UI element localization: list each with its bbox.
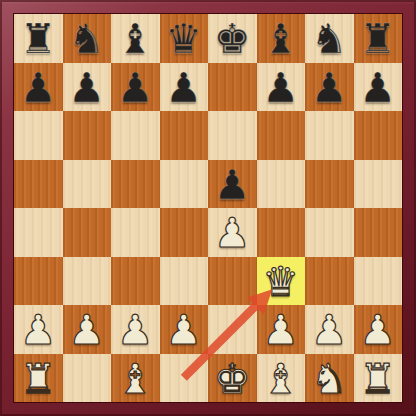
square-d8[interactable]: ♛ bbox=[160, 14, 209, 63]
piece-white-rook-h1[interactable]: ♜ bbox=[359, 355, 396, 403]
square-f5[interactable] bbox=[257, 160, 306, 209]
square-f7[interactable]: ♟ bbox=[257, 63, 306, 112]
square-a4[interactable] bbox=[14, 208, 63, 257]
square-d4[interactable] bbox=[160, 208, 209, 257]
piece-white-pawn-h2[interactable]: ♟ bbox=[359, 306, 396, 354]
piece-white-pawn-e4[interactable]: ♟ bbox=[214, 209, 251, 257]
piece-black-pawn-g7[interactable]: ♟ bbox=[311, 64, 348, 112]
square-e5[interactable]: ♟ bbox=[208, 160, 257, 209]
chess-board: ♜♞♝♛♚♝♞♜♟♟♟♟♟♟♟♟♟♛♟♟♟♟♟♟♟♜♝♚♝♞♜ bbox=[14, 14, 402, 402]
square-e1[interactable]: ♚ bbox=[208, 354, 257, 403]
square-c7[interactable]: ♟ bbox=[111, 63, 160, 112]
square-c8[interactable]: ♝ bbox=[111, 14, 160, 63]
square-d7[interactable]: ♟ bbox=[160, 63, 209, 112]
square-g3[interactable] bbox=[305, 257, 354, 306]
square-b6[interactable] bbox=[63, 111, 112, 160]
square-d1[interactable] bbox=[160, 354, 209, 403]
piece-black-queen-d8[interactable]: ♛ bbox=[165, 15, 202, 63]
square-b1[interactable] bbox=[63, 354, 112, 403]
square-e3[interactable] bbox=[208, 257, 257, 306]
piece-black-pawn-h7[interactable]: ♟ bbox=[359, 64, 396, 112]
square-e7[interactable] bbox=[208, 63, 257, 112]
square-c4[interactable] bbox=[111, 208, 160, 257]
square-h8[interactable]: ♜ bbox=[354, 14, 403, 63]
square-f8[interactable]: ♝ bbox=[257, 14, 306, 63]
square-c3[interactable] bbox=[111, 257, 160, 306]
square-c5[interactable] bbox=[111, 160, 160, 209]
square-f1[interactable]: ♝ bbox=[257, 354, 306, 403]
board-frame: ♜♞♝♛♚♝♞♜♟♟♟♟♟♟♟♟♟♛♟♟♟♟♟♟♟♜♝♚♝♞♜ bbox=[0, 0, 416, 416]
square-b2[interactable]: ♟ bbox=[63, 305, 112, 354]
square-c1[interactable]: ♝ bbox=[111, 354, 160, 403]
piece-black-rook-a8[interactable]: ♜ bbox=[20, 15, 57, 63]
square-h5[interactable] bbox=[354, 160, 403, 209]
piece-black-rook-h8[interactable]: ♜ bbox=[359, 15, 396, 63]
square-a5[interactable] bbox=[14, 160, 63, 209]
piece-black-pawn-a7[interactable]: ♟ bbox=[20, 64, 57, 112]
piece-black-bishop-c8[interactable]: ♝ bbox=[117, 15, 154, 63]
square-d6[interactable] bbox=[160, 111, 209, 160]
square-b8[interactable]: ♞ bbox=[63, 14, 112, 63]
piece-white-bishop-f1[interactable]: ♝ bbox=[262, 355, 299, 403]
square-g2[interactable]: ♟ bbox=[305, 305, 354, 354]
square-a2[interactable]: ♟ bbox=[14, 305, 63, 354]
piece-white-king-e1[interactable]: ♚ bbox=[214, 355, 251, 403]
square-a6[interactable] bbox=[14, 111, 63, 160]
piece-black-king-e8[interactable]: ♚ bbox=[214, 15, 251, 63]
square-c6[interactable] bbox=[111, 111, 160, 160]
square-g5[interactable] bbox=[305, 160, 354, 209]
square-h1[interactable]: ♜ bbox=[354, 354, 403, 403]
square-g1[interactable]: ♞ bbox=[305, 354, 354, 403]
square-g8[interactable]: ♞ bbox=[305, 14, 354, 63]
piece-black-pawn-e5[interactable]: ♟ bbox=[214, 161, 251, 209]
square-h2[interactable]: ♟ bbox=[354, 305, 403, 354]
square-e4[interactable]: ♟ bbox=[208, 208, 257, 257]
piece-black-pawn-b7[interactable]: ♟ bbox=[68, 64, 105, 112]
square-g4[interactable] bbox=[305, 208, 354, 257]
square-b5[interactable] bbox=[63, 160, 112, 209]
square-d3[interactable] bbox=[160, 257, 209, 306]
square-h6[interactable] bbox=[354, 111, 403, 160]
piece-black-pawn-d7[interactable]: ♟ bbox=[165, 64, 202, 112]
square-f3[interactable]: ♛ bbox=[257, 257, 306, 306]
square-b4[interactable] bbox=[63, 208, 112, 257]
piece-white-bishop-c1[interactable]: ♝ bbox=[117, 355, 154, 403]
square-b3[interactable] bbox=[63, 257, 112, 306]
square-e6[interactable] bbox=[208, 111, 257, 160]
square-a1[interactable]: ♜ bbox=[14, 354, 63, 403]
piece-white-knight-g1[interactable]: ♞ bbox=[311, 355, 348, 403]
square-f2[interactable]: ♟ bbox=[257, 305, 306, 354]
piece-white-pawn-g2[interactable]: ♟ bbox=[311, 306, 348, 354]
piece-black-knight-b8[interactable]: ♞ bbox=[68, 15, 105, 63]
piece-white-rook-a1[interactable]: ♜ bbox=[20, 355, 57, 403]
piece-black-bishop-f8[interactable]: ♝ bbox=[262, 15, 299, 63]
square-d5[interactable] bbox=[160, 160, 209, 209]
square-e8[interactable]: ♚ bbox=[208, 14, 257, 63]
piece-black-pawn-f7[interactable]: ♟ bbox=[262, 64, 299, 112]
square-h3[interactable] bbox=[354, 257, 403, 306]
square-f4[interactable] bbox=[257, 208, 306, 257]
piece-white-queen-f3[interactable]: ♛ bbox=[262, 258, 299, 306]
square-d2[interactable]: ♟ bbox=[160, 305, 209, 354]
square-h7[interactable]: ♟ bbox=[354, 63, 403, 112]
square-h4[interactable] bbox=[354, 208, 403, 257]
square-b7[interactable]: ♟ bbox=[63, 63, 112, 112]
square-f6[interactable] bbox=[257, 111, 306, 160]
square-c2[interactable]: ♟ bbox=[111, 305, 160, 354]
piece-white-pawn-a2[interactable]: ♟ bbox=[20, 306, 57, 354]
piece-black-knight-g8[interactable]: ♞ bbox=[311, 15, 348, 63]
square-e2[interactable] bbox=[208, 305, 257, 354]
square-a3[interactable] bbox=[14, 257, 63, 306]
piece-white-pawn-d2[interactable]: ♟ bbox=[165, 306, 202, 354]
square-g6[interactable] bbox=[305, 111, 354, 160]
square-a7[interactable]: ♟ bbox=[14, 63, 63, 112]
piece-black-pawn-c7[interactable]: ♟ bbox=[117, 64, 154, 112]
square-a8[interactable]: ♜ bbox=[14, 14, 63, 63]
piece-white-pawn-b2[interactable]: ♟ bbox=[68, 306, 105, 354]
square-g7[interactable]: ♟ bbox=[305, 63, 354, 112]
piece-white-pawn-c2[interactable]: ♟ bbox=[117, 306, 154, 354]
piece-white-pawn-f2[interactable]: ♟ bbox=[262, 306, 299, 354]
